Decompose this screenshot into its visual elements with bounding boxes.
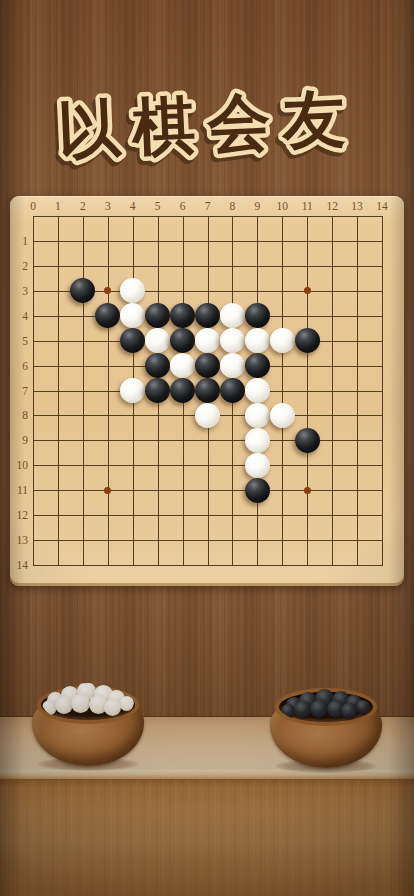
board-intersection[interactable] xyxy=(170,527,195,552)
board-intersection[interactable] xyxy=(21,527,46,552)
board-intersection xyxy=(195,303,220,328)
black-stone xyxy=(170,328,195,353)
board-intersection[interactable] xyxy=(320,527,345,552)
board-intersection[interactable] xyxy=(70,228,95,253)
board-intersection[interactable] xyxy=(369,353,394,378)
board-intersection[interactable] xyxy=(344,228,369,253)
board-intersection[interactable] xyxy=(245,204,270,229)
board-intersection[interactable] xyxy=(344,453,369,478)
star-point xyxy=(104,487,111,494)
board-intersection[interactable] xyxy=(270,228,295,253)
black-stone xyxy=(245,478,270,503)
board-intersection[interactable] xyxy=(170,552,195,577)
board-intersection xyxy=(195,403,220,428)
board-intersection[interactable] xyxy=(95,328,120,353)
board-intersection xyxy=(245,353,270,378)
board-intersection xyxy=(195,353,220,378)
board-intersection[interactable] xyxy=(95,527,120,552)
board-intersection[interactable] xyxy=(344,503,369,528)
board-intersection xyxy=(120,378,145,403)
board-intersection[interactable] xyxy=(21,552,46,577)
board-intersection[interactable] xyxy=(70,403,95,428)
board-intersection xyxy=(195,378,220,403)
board-intersection[interactable] xyxy=(95,453,120,478)
board-intersection xyxy=(295,328,320,353)
white-stone xyxy=(195,328,220,353)
board-intersection[interactable] xyxy=(95,253,120,278)
board-intersection[interactable] xyxy=(120,353,145,378)
board-intersection[interactable] xyxy=(220,453,245,478)
white-stone xyxy=(120,278,145,303)
board-intersection[interactable] xyxy=(21,328,46,353)
board-intersection[interactable] xyxy=(21,403,46,428)
board-intersection[interactable] xyxy=(270,303,295,328)
app-title: 以棋会友 以棋会友 xyxy=(0,22,414,182)
board-intersection[interactable] xyxy=(369,503,394,528)
board-intersection[interactable] xyxy=(195,552,220,577)
board-intersection[interactable] xyxy=(320,403,345,428)
board-intersection[interactable] xyxy=(170,228,195,253)
board-intersection[interactable] xyxy=(369,552,394,577)
board-intersection[interactable] xyxy=(70,204,95,229)
board-intersection[interactable] xyxy=(245,503,270,528)
board-intersection[interactable] xyxy=(70,428,95,453)
black-stone xyxy=(220,378,245,403)
board-intersection[interactable] xyxy=(170,428,195,453)
board-intersection[interactable] xyxy=(270,428,295,453)
stones-grid xyxy=(21,204,395,578)
board-intersection[interactable] xyxy=(295,303,320,328)
board-intersection[interactable] xyxy=(245,253,270,278)
board-intersection[interactable] xyxy=(195,527,220,552)
board-intersection[interactable] xyxy=(95,403,120,428)
board-intersection[interactable] xyxy=(45,328,70,353)
board-intersection[interactable] xyxy=(270,552,295,577)
board-intersection[interactable] xyxy=(369,453,394,478)
board-intersection[interactable] xyxy=(195,278,220,303)
white-stone xyxy=(245,378,270,403)
board-intersection[interactable] xyxy=(70,552,95,577)
white-stone xyxy=(245,403,270,428)
board-intersection[interactable] xyxy=(320,253,345,278)
black-stone xyxy=(295,328,320,353)
board-intersection[interactable] xyxy=(145,478,170,503)
game-board: 01234567891011121314 1234567891011121314 xyxy=(10,196,404,586)
board-intersection xyxy=(170,303,195,328)
heap-stone xyxy=(294,701,311,718)
black-stone xyxy=(145,378,170,403)
board-intersection xyxy=(245,328,270,353)
board-intersection[interactable] xyxy=(21,228,46,253)
board-intersection[interactable] xyxy=(270,527,295,552)
board-intersection[interactable] xyxy=(270,503,295,528)
board-intersection[interactable] xyxy=(369,403,394,428)
board-intersection[interactable] xyxy=(145,552,170,577)
board-intersection[interactable] xyxy=(270,353,295,378)
board-intersection[interactable] xyxy=(120,503,145,528)
board-intersection[interactable] xyxy=(320,378,345,403)
board-intersection[interactable] xyxy=(70,328,95,353)
board-intersection[interactable] xyxy=(45,228,70,253)
black-stone-bowl xyxy=(270,692,382,772)
board-intersection[interactable] xyxy=(344,204,369,229)
board-intersection[interactable] xyxy=(95,228,120,253)
black-stone xyxy=(195,353,220,378)
board-intersection[interactable] xyxy=(45,278,70,303)
board-intersection[interactable] xyxy=(295,453,320,478)
black-stone xyxy=(95,303,120,328)
board-intersection[interactable] xyxy=(344,303,369,328)
board-intersection[interactable] xyxy=(270,478,295,503)
board-intersection xyxy=(120,303,145,328)
board-intersection[interactable] xyxy=(45,478,70,503)
board-intersection[interactable] xyxy=(120,527,145,552)
board-intersection[interactable] xyxy=(295,353,320,378)
board-intersection[interactable] xyxy=(270,253,295,278)
board-intersection xyxy=(245,478,270,503)
board-intersection[interactable] xyxy=(70,503,95,528)
board-intersection xyxy=(220,303,245,328)
black-stone xyxy=(145,303,170,328)
board-intersection xyxy=(120,278,145,303)
board-intersection[interactable] xyxy=(220,503,245,528)
board-intersection[interactable] xyxy=(170,278,195,303)
board-intersection xyxy=(145,353,170,378)
white-stone-bowl xyxy=(32,690,144,770)
white-stone xyxy=(270,328,295,353)
board-intersection[interactable] xyxy=(344,353,369,378)
board-intersection[interactable] xyxy=(120,253,145,278)
board-intersection[interactable] xyxy=(344,378,369,403)
board-intersection[interactable] xyxy=(245,527,270,552)
black-stone xyxy=(245,353,270,378)
black-stone xyxy=(70,278,95,303)
board-intersection[interactable] xyxy=(344,478,369,503)
board-intersection xyxy=(270,328,295,353)
board-intersection[interactable] xyxy=(95,503,120,528)
board-intersection xyxy=(295,428,320,453)
board-intersection[interactable] xyxy=(120,478,145,503)
white-stone xyxy=(245,453,270,478)
board-intersection[interactable] xyxy=(270,378,295,403)
black-stone xyxy=(170,378,195,403)
board-intersection[interactable] xyxy=(145,503,170,528)
board-intersection[interactable] xyxy=(21,204,46,229)
board-intersection[interactable] xyxy=(295,378,320,403)
board-intersection[interactable] xyxy=(21,428,46,453)
board-intersection xyxy=(70,278,95,303)
board-intersection[interactable] xyxy=(220,552,245,577)
board-intersection xyxy=(245,453,270,478)
board-intersection[interactable] xyxy=(344,403,369,428)
white-stone xyxy=(220,303,245,328)
board-intersection[interactable] xyxy=(344,552,369,577)
board-intersection[interactable] xyxy=(45,453,70,478)
board-intersection[interactable] xyxy=(21,503,46,528)
white-stone xyxy=(120,378,145,403)
board-intersection[interactable] xyxy=(369,228,394,253)
board-intersection[interactable] xyxy=(295,228,320,253)
shelf-front xyxy=(0,779,414,896)
white-stone xyxy=(245,328,270,353)
black-stone xyxy=(195,303,220,328)
board-intersection[interactable] xyxy=(270,278,295,303)
white-stone xyxy=(120,303,145,328)
board-intersection[interactable] xyxy=(220,428,245,453)
board-intersection[interactable] xyxy=(170,253,195,278)
board-intersection xyxy=(145,328,170,353)
board-intersection[interactable] xyxy=(245,278,270,303)
white-stone xyxy=(245,428,270,453)
star-point xyxy=(304,487,311,494)
board-intersection[interactable] xyxy=(95,478,120,503)
board-intersection[interactable] xyxy=(220,403,245,428)
board-intersection xyxy=(145,378,170,403)
board-intersection[interactable] xyxy=(369,428,394,453)
board-intersection[interactable] xyxy=(70,353,95,378)
board-intersection[interactable] xyxy=(195,503,220,528)
board-intersection[interactable] xyxy=(95,204,120,229)
board-intersection[interactable] xyxy=(320,503,345,528)
board-intersection[interactable] xyxy=(195,253,220,278)
board-intersection[interactable] xyxy=(120,204,145,229)
board-intersection[interactable] xyxy=(220,478,245,503)
board-intersection[interactable] xyxy=(45,204,70,229)
board-intersection[interactable] xyxy=(45,503,70,528)
board-intersection[interactable] xyxy=(145,403,170,428)
board-intersection[interactable] xyxy=(369,278,394,303)
board-intersection xyxy=(220,328,245,353)
board-intersection[interactable] xyxy=(21,378,46,403)
board-intersection[interactable] xyxy=(45,403,70,428)
board-intersection[interactable] xyxy=(195,204,220,229)
board-intersection[interactable] xyxy=(245,552,270,577)
board-intersection[interactable] xyxy=(320,478,345,503)
board-intersection[interactable] xyxy=(295,527,320,552)
board-intersection[interactable] xyxy=(95,552,120,577)
board-intersection xyxy=(220,378,245,403)
board-intersection[interactable] xyxy=(120,403,145,428)
black-stone-heap xyxy=(280,685,372,725)
board-intersection[interactable] xyxy=(195,228,220,253)
board-intersection[interactable] xyxy=(295,278,320,303)
board-intersection[interactable] xyxy=(344,428,369,453)
board-intersection[interactable] xyxy=(195,428,220,453)
board-intersection[interactable] xyxy=(21,478,46,503)
board-intersection xyxy=(170,353,195,378)
heap-stone xyxy=(104,699,121,716)
board-intersection[interactable] xyxy=(70,527,95,552)
board-intersection[interactable] xyxy=(369,204,394,229)
black-stone xyxy=(170,303,195,328)
board-intersection[interactable] xyxy=(170,204,195,229)
board-intersection[interactable] xyxy=(344,527,369,552)
board-intersection[interactable] xyxy=(320,353,345,378)
board-intersection xyxy=(220,353,245,378)
board-intersection[interactable] xyxy=(320,278,345,303)
board-intersection xyxy=(145,303,170,328)
board-intersection[interactable] xyxy=(245,228,270,253)
black-stone xyxy=(120,328,145,353)
board-intersection xyxy=(245,403,270,428)
board-intersection[interactable] xyxy=(295,503,320,528)
board-intersection xyxy=(245,428,270,453)
board-intersection[interactable] xyxy=(70,378,95,403)
board-intersection[interactable] xyxy=(45,378,70,403)
heap-stone xyxy=(356,700,370,714)
board-intersection[interactable] xyxy=(45,253,70,278)
board-intersection[interactable] xyxy=(170,503,195,528)
board-intersection[interactable] xyxy=(145,527,170,552)
board-intersection[interactable] xyxy=(21,303,46,328)
board-intersection xyxy=(270,403,295,428)
board-intersection xyxy=(120,328,145,353)
board-intersection xyxy=(195,328,220,353)
black-stone xyxy=(145,353,170,378)
board-intersection[interactable] xyxy=(320,228,345,253)
board-intersection[interactable] xyxy=(45,552,70,577)
heap-stone xyxy=(310,700,328,718)
board-intersection[interactable] xyxy=(145,278,170,303)
board-intersection[interactable] xyxy=(145,228,170,253)
board-intersection[interactable] xyxy=(369,328,394,353)
board-intersection[interactable] xyxy=(70,453,95,478)
board-intersection[interactable] xyxy=(70,478,95,503)
board-intersection xyxy=(95,303,120,328)
white-stone xyxy=(145,328,170,353)
board-intersection[interactable] xyxy=(70,303,95,328)
board-intersection[interactable] xyxy=(120,428,145,453)
board-intersection[interactable] xyxy=(295,552,320,577)
board-intersection[interactable] xyxy=(120,453,145,478)
board-intersection[interactable] xyxy=(195,453,220,478)
white-stone xyxy=(195,403,220,428)
board-intersection[interactable] xyxy=(295,204,320,229)
board-intersection[interactable] xyxy=(170,403,195,428)
white-stone xyxy=(270,403,295,428)
board-intersection[interactable] xyxy=(45,353,70,378)
board-intersection[interactable] xyxy=(344,253,369,278)
board-intersection[interactable] xyxy=(220,278,245,303)
board-intersection[interactable] xyxy=(21,453,46,478)
board-intersection[interactable] xyxy=(369,303,394,328)
heap-stone xyxy=(341,703,357,719)
star-point xyxy=(304,287,311,294)
board-intersection[interactable] xyxy=(145,204,170,229)
app-title-text: 以棋会友 xyxy=(56,81,359,167)
board-intersection[interactable] xyxy=(195,478,220,503)
board-intersection[interactable] xyxy=(170,478,195,503)
board-intersection[interactable] xyxy=(21,278,46,303)
black-stone xyxy=(195,378,220,403)
board-intersection[interactable] xyxy=(270,204,295,229)
heap-stone xyxy=(71,694,90,713)
board-intersection[interactable] xyxy=(369,253,394,278)
black-stone xyxy=(245,303,270,328)
board-intersection[interactable] xyxy=(369,478,394,503)
app-screen: 以棋会友 以棋会友 01234567891011121314 123456789… xyxy=(0,0,414,896)
board-intersection xyxy=(245,378,270,403)
board-intersection[interactable] xyxy=(45,303,70,328)
board-intersection[interactable] xyxy=(145,253,170,278)
star-point xyxy=(104,287,111,294)
board-intersection[interactable] xyxy=(220,204,245,229)
heap-stone xyxy=(119,696,134,711)
board-intersection[interactable] xyxy=(145,428,170,453)
board-intersection[interactable] xyxy=(295,478,320,503)
board-intersection[interactable] xyxy=(220,228,245,253)
board-intersection[interactable] xyxy=(170,453,195,478)
board-intersection[interactable] xyxy=(120,228,145,253)
board-intersection[interactable] xyxy=(95,278,120,303)
board-intersection[interactable] xyxy=(320,303,345,328)
board-intersection[interactable] xyxy=(21,253,46,278)
board-intersection[interactable] xyxy=(320,453,345,478)
board-intersection[interactable] xyxy=(369,527,394,552)
board-intersection[interactable] xyxy=(295,403,320,428)
board-intersection[interactable] xyxy=(220,253,245,278)
board-intersection[interactable] xyxy=(45,527,70,552)
white-stone xyxy=(220,328,245,353)
board-intersection[interactable] xyxy=(95,353,120,378)
white-stone xyxy=(220,353,245,378)
board-intersection xyxy=(170,378,195,403)
board-intersection[interactable] xyxy=(369,378,394,403)
board-intersection[interactable] xyxy=(320,328,345,353)
board-intersection[interactable] xyxy=(145,453,170,478)
board-intersection[interactable] xyxy=(120,552,145,577)
board-intersection[interactable] xyxy=(320,428,345,453)
white-stone xyxy=(170,353,195,378)
board-intersection[interactable] xyxy=(344,328,369,353)
board-intersection xyxy=(245,303,270,328)
board-intersection xyxy=(170,328,195,353)
board-intersection[interactable] xyxy=(320,204,345,229)
black-stone xyxy=(295,428,320,453)
white-stone-heap xyxy=(42,683,134,723)
board-intersection[interactable] xyxy=(95,378,120,403)
board-intersection[interactable] xyxy=(70,253,95,278)
board-intersection[interactable] xyxy=(95,428,120,453)
board-intersection[interactable] xyxy=(320,552,345,577)
board-intersection[interactable] xyxy=(21,353,46,378)
board-intersection[interactable] xyxy=(344,278,369,303)
board-intersection[interactable] xyxy=(295,253,320,278)
board-intersection[interactable] xyxy=(220,527,245,552)
board-intersection[interactable] xyxy=(45,428,70,453)
board-intersection[interactable] xyxy=(270,453,295,478)
